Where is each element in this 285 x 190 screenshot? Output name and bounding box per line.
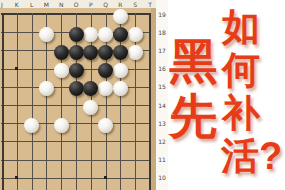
stone-white-S18: [128, 27, 143, 42]
stone-black-Q17: [98, 45, 113, 60]
grid-line-col-T: [149, 13, 151, 190]
col-label-T: T: [145, 1, 155, 8]
stone-black-R17: [113, 45, 128, 60]
stone-black-O18: [69, 27, 84, 42]
stone-white-Q18: [98, 27, 113, 42]
stone-white-P14: [83, 100, 98, 115]
stone-white-N13: [54, 118, 69, 133]
col-label-O: O: [71, 1, 81, 8]
col-label-N: N: [56, 1, 66, 8]
stone-white-R19: [113, 9, 128, 24]
stone-black-O17: [69, 45, 84, 60]
caption-line2-char-3: 活?: [221, 135, 261, 178]
caption-how-to-live: 如何补活?: [221, 6, 261, 178]
caption-black-first: 黑先: [167, 34, 219, 144]
star-point-Q10: [104, 176, 107, 179]
row-label-19: 19: [156, 11, 168, 18]
grid-line-col-L: [32, 13, 33, 190]
col-label-K: K: [12, 1, 22, 8]
stone-white-N16: [54, 63, 69, 78]
caption-line2-char-0: 如: [221, 6, 261, 49]
stone-black-O16: [69, 63, 84, 78]
row-label-11: 11: [156, 156, 168, 163]
col-label-Q: Q: [101, 1, 111, 8]
star-point-K10: [15, 176, 18, 179]
stone-white-L13: [24, 118, 39, 133]
stone-black-O15: [69, 81, 84, 96]
stone-white-Q13: [98, 118, 113, 133]
col-label-J: J: [0, 1, 7, 8]
stone-white-P18: [83, 27, 98, 42]
caption-line1-char-1: 先: [167, 89, 219, 144]
stone-white-R16: [113, 63, 128, 78]
col-label-M: M: [41, 1, 51, 8]
caption-line2-char-1: 何: [221, 49, 261, 92]
star-point-K16: [15, 67, 18, 70]
go-puzzle-thumbnail: JKLMNOPQRST19181716151413121110 黑先 如何补活?: [0, 0, 285, 190]
stone-white-M18: [39, 27, 54, 42]
grid-line-col-J: [2, 13, 4, 190]
caption-line2-char-2: 补: [221, 92, 261, 135]
grid-line-col-K: [17, 13, 18, 190]
col-label-L: L: [27, 1, 37, 8]
stone-black-R18: [113, 27, 128, 42]
caption-line1-char-0: 黑: [167, 34, 219, 89]
stone-white-S17: [128, 45, 143, 60]
col-label-R: R: [115, 1, 125, 8]
stone-black-N17: [54, 45, 69, 60]
col-label-P: P: [86, 1, 96, 8]
col-label-S: S: [130, 1, 140, 8]
grid-line-col-N: [61, 13, 62, 190]
row-label-10: 10: [156, 174, 168, 181]
